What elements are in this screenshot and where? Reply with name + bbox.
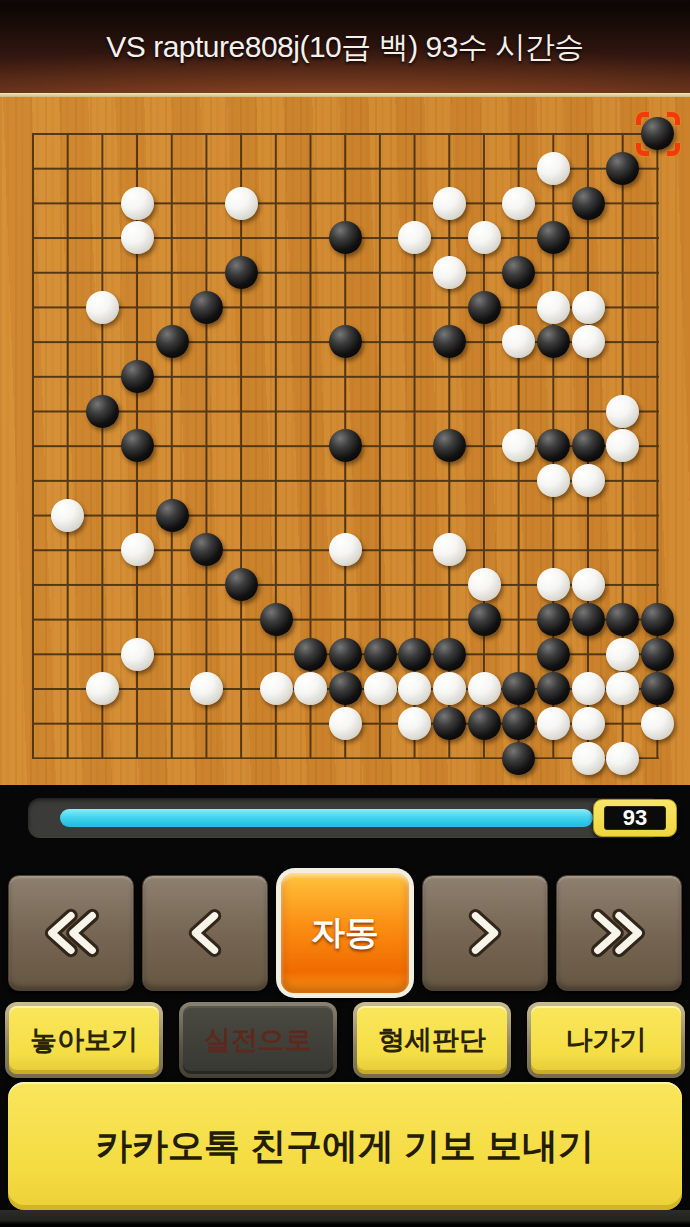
intersection[interactable] — [189, 255, 224, 290]
move-number-thumb[interactable]: 93 — [593, 799, 677, 837]
intersection[interactable] — [224, 290, 259, 325]
intersection[interactable] — [640, 602, 675, 637]
intersection[interactable] — [640, 151, 675, 186]
intersection[interactable] — [571, 255, 606, 290]
intersection[interactable] — [398, 567, 433, 602]
intersection[interactable] — [155, 394, 190, 429]
intersection[interactable] — [16, 429, 51, 464]
intersection[interactable] — [328, 429, 363, 464]
intersection[interactable] — [293, 116, 328, 151]
intersection[interactable] — [224, 151, 259, 186]
intersection[interactable] — [467, 220, 502, 255]
intersection[interactable] — [502, 706, 537, 741]
try-moves-button[interactable]: 놓아보기 — [5, 1002, 163, 1078]
intersection[interactable] — [224, 741, 259, 776]
intersection[interactable] — [328, 186, 363, 221]
intersection[interactable] — [155, 290, 190, 325]
intersection[interactable] — [536, 741, 571, 776]
intersection[interactable] — [85, 186, 120, 221]
kakao-share-button[interactable]: 카카오톡 친구에게 기보 보내기 — [8, 1082, 682, 1210]
intersection[interactable] — [432, 220, 467, 255]
intersection[interactable] — [155, 255, 190, 290]
intersection[interactable] — [363, 671, 398, 706]
intersection[interactable] — [606, 741, 641, 776]
intersection[interactable] — [155, 498, 190, 533]
auto-play-button[interactable]: 자동 — [276, 868, 414, 998]
intersection[interactable] — [51, 359, 86, 394]
intersection[interactable] — [398, 463, 433, 498]
intersection[interactable] — [398, 394, 433, 429]
intersection[interactable] — [16, 290, 51, 325]
intersection[interactable] — [363, 151, 398, 186]
intersection[interactable] — [398, 290, 433, 325]
intersection[interactable] — [120, 533, 155, 568]
intersection[interactable] — [467, 394, 502, 429]
intersection[interactable] — [536, 637, 571, 672]
intersection[interactable] — [467, 567, 502, 602]
intersection[interactable] — [120, 602, 155, 637]
intersection[interactable] — [328, 290, 363, 325]
intersection[interactable] — [189, 151, 224, 186]
intersection[interactable] — [363, 220, 398, 255]
intersection[interactable] — [224, 186, 259, 221]
last-move-button[interactable] — [556, 875, 682, 991]
intersection[interactable] — [259, 394, 294, 429]
intersection[interactable] — [640, 637, 675, 672]
intersection[interactable] — [502, 429, 537, 464]
intersection[interactable] — [51, 429, 86, 464]
intersection[interactable] — [606, 429, 641, 464]
intersection[interactable] — [16, 602, 51, 637]
intersection[interactable] — [51, 741, 86, 776]
intersection[interactable] — [120, 324, 155, 359]
previous-move-button[interactable] — [142, 875, 268, 991]
intersection[interactable] — [293, 324, 328, 359]
intersection[interactable] — [120, 706, 155, 741]
intersection[interactable] — [293, 671, 328, 706]
intersection[interactable] — [120, 567, 155, 602]
intersection[interactable] — [606, 567, 641, 602]
intersection[interactable] — [293, 463, 328, 498]
intersection[interactable] — [224, 706, 259, 741]
intersection[interactable] — [467, 359, 502, 394]
intersection[interactable] — [293, 220, 328, 255]
intersection[interactable] — [189, 602, 224, 637]
intersection[interactable] — [467, 498, 502, 533]
intersection[interactable] — [467, 602, 502, 637]
intersection[interactable] — [363, 741, 398, 776]
intersection[interactable] — [363, 290, 398, 325]
intersection[interactable] — [51, 394, 86, 429]
intersection[interactable] — [398, 186, 433, 221]
intersection[interactable] — [571, 637, 606, 672]
intersection[interactable] — [571, 220, 606, 255]
intersection[interactable] — [51, 290, 86, 325]
intersection[interactable] — [363, 498, 398, 533]
intersection[interactable] — [571, 186, 606, 221]
intersection[interactable] — [16, 567, 51, 602]
intersection[interactable] — [85, 359, 120, 394]
intersection[interactable] — [16, 394, 51, 429]
intersection[interactable] — [502, 186, 537, 221]
intersection[interactable] — [293, 706, 328, 741]
intersection[interactable] — [293, 567, 328, 602]
intersection[interactable] — [571, 151, 606, 186]
intersection[interactable] — [398, 637, 433, 672]
intersection[interactable] — [51, 186, 86, 221]
intersection[interactable] — [259, 463, 294, 498]
intersection[interactable] — [224, 429, 259, 464]
intersection[interactable] — [293, 290, 328, 325]
intersection[interactable] — [536, 290, 571, 325]
intersection[interactable] — [432, 151, 467, 186]
intersection[interactable] — [259, 255, 294, 290]
intersection[interactable] — [189, 706, 224, 741]
intersection[interactable] — [51, 151, 86, 186]
intersection[interactable] — [398, 116, 433, 151]
intersection[interactable] — [398, 741, 433, 776]
intersection[interactable] — [363, 429, 398, 464]
intersection[interactable] — [467, 186, 502, 221]
intersection[interactable] — [640, 255, 675, 290]
intersection[interactable] — [502, 394, 537, 429]
intersection[interactable] — [51, 220, 86, 255]
intersection[interactable] — [224, 498, 259, 533]
intersection[interactable] — [120, 498, 155, 533]
intersection[interactable] — [224, 255, 259, 290]
intersection[interactable] — [640, 359, 675, 394]
intersection[interactable] — [120, 290, 155, 325]
intersection[interactable] — [189, 567, 224, 602]
intersection[interactable] — [51, 671, 86, 706]
intersection[interactable] — [189, 463, 224, 498]
intersection[interactable] — [398, 359, 433, 394]
intersection[interactable] — [640, 290, 675, 325]
back-to-game-button[interactable]: 실전으로 — [179, 1002, 337, 1078]
intersection[interactable] — [189, 741, 224, 776]
intersection[interactable] — [155, 429, 190, 464]
intersection[interactable] — [120, 463, 155, 498]
intersection[interactable] — [85, 151, 120, 186]
intersection[interactable] — [328, 637, 363, 672]
intersection[interactable] — [155, 533, 190, 568]
intersection[interactable] — [259, 706, 294, 741]
intersection[interactable] — [259, 671, 294, 706]
intersection[interactable] — [432, 116, 467, 151]
intersection[interactable] — [640, 567, 675, 602]
intersection[interactable] — [606, 533, 641, 568]
move-progress-slider[interactable]: 93 — [28, 798, 662, 838]
intersection[interactable] — [640, 220, 675, 255]
intersection[interactable] — [606, 602, 641, 637]
intersection[interactable] — [224, 116, 259, 151]
intersection[interactable] — [16, 324, 51, 359]
intersection[interactable] — [536, 706, 571, 741]
intersection[interactable] — [293, 429, 328, 464]
intersection[interactable] — [502, 359, 537, 394]
intersection[interactable] — [16, 359, 51, 394]
intersection[interactable] — [363, 255, 398, 290]
intersection[interactable] — [606, 116, 641, 151]
intersection[interactable] — [640, 741, 675, 776]
intersection[interactable] — [640, 394, 675, 429]
intersection[interactable] — [432, 533, 467, 568]
intersection[interactable] — [189, 671, 224, 706]
intersection[interactable] — [432, 324, 467, 359]
intersection[interactable] — [224, 637, 259, 672]
intersection[interactable] — [293, 255, 328, 290]
intersection[interactable] — [571, 706, 606, 741]
intersection[interactable] — [293, 394, 328, 429]
intersection[interactable] — [398, 533, 433, 568]
intersection[interactable] — [51, 255, 86, 290]
intersection[interactable] — [536, 602, 571, 637]
intersection[interactable] — [328, 463, 363, 498]
intersection[interactable] — [606, 255, 641, 290]
intersection[interactable] — [571, 359, 606, 394]
intersection[interactable] — [571, 429, 606, 464]
intersection[interactable] — [224, 324, 259, 359]
intersection[interactable] — [502, 741, 537, 776]
intersection[interactable] — [259, 741, 294, 776]
intersection[interactable] — [640, 429, 675, 464]
intersection[interactable] — [640, 671, 675, 706]
intersection[interactable] — [85, 741, 120, 776]
score-estimate-button[interactable]: 형세판단 — [353, 1002, 511, 1078]
intersection[interactable] — [571, 394, 606, 429]
intersection[interactable] — [16, 116, 51, 151]
intersection[interactable] — [363, 359, 398, 394]
intersection[interactable] — [189, 116, 224, 151]
intersection[interactable] — [85, 220, 120, 255]
intersection[interactable] — [502, 255, 537, 290]
intersection[interactable] — [606, 220, 641, 255]
intersection[interactable] — [293, 359, 328, 394]
intersection[interactable] — [224, 602, 259, 637]
intersection[interactable] — [155, 741, 190, 776]
intersection[interactable] — [155, 637, 190, 672]
intersection[interactable] — [189, 220, 224, 255]
intersection[interactable] — [51, 116, 86, 151]
intersection[interactable] — [189, 498, 224, 533]
intersection[interactable] — [432, 394, 467, 429]
intersection[interactable] — [432, 706, 467, 741]
intersection[interactable] — [16, 671, 51, 706]
intersection[interactable] — [328, 324, 363, 359]
intersection[interactable] — [502, 220, 537, 255]
intersection[interactable] — [85, 324, 120, 359]
intersection[interactable] — [363, 324, 398, 359]
intersection[interactable] — [467, 463, 502, 498]
intersection[interactable] — [398, 429, 433, 464]
intersection[interactable] — [502, 324, 537, 359]
intersection[interactable] — [120, 220, 155, 255]
intersection[interactable] — [85, 671, 120, 706]
intersection[interactable] — [224, 359, 259, 394]
intersection[interactable] — [467, 151, 502, 186]
intersection[interactable] — [363, 533, 398, 568]
intersection[interactable] — [85, 706, 120, 741]
intersection[interactable] — [259, 151, 294, 186]
intersection[interactable] — [536, 567, 571, 602]
intersection[interactable] — [85, 255, 120, 290]
intersection[interactable] — [120, 637, 155, 672]
next-move-button[interactable] — [422, 875, 548, 991]
intersection[interactable] — [51, 637, 86, 672]
intersection[interactable] — [571, 498, 606, 533]
intersection[interactable] — [536, 498, 571, 533]
intersection[interactable] — [293, 186, 328, 221]
intersection[interactable] — [155, 116, 190, 151]
intersection[interactable] — [502, 671, 537, 706]
intersection[interactable] — [502, 498, 537, 533]
intersection[interactable] — [259, 186, 294, 221]
intersection[interactable] — [259, 429, 294, 464]
intersection[interactable] — [536, 220, 571, 255]
intersection[interactable] — [16, 741, 51, 776]
intersection[interactable] — [606, 394, 641, 429]
intersection[interactable] — [571, 671, 606, 706]
intersection[interactable] — [155, 602, 190, 637]
intersection[interactable] — [120, 741, 155, 776]
intersection[interactable] — [189, 324, 224, 359]
intersection[interactable] — [16, 706, 51, 741]
intersection[interactable] — [398, 324, 433, 359]
intersection[interactable] — [189, 429, 224, 464]
intersection[interactable] — [155, 706, 190, 741]
intersection[interactable] — [224, 671, 259, 706]
intersection[interactable] — [259, 290, 294, 325]
intersection[interactable] — [155, 359, 190, 394]
intersection[interactable] — [259, 602, 294, 637]
intersection[interactable] — [640, 533, 675, 568]
intersection[interactable] — [259, 637, 294, 672]
intersection[interactable] — [293, 741, 328, 776]
intersection[interactable] — [363, 706, 398, 741]
intersection[interactable] — [328, 116, 363, 151]
intersection[interactable] — [536, 533, 571, 568]
intersection[interactable] — [120, 255, 155, 290]
intersection[interactable] — [155, 186, 190, 221]
intersection[interactable] — [293, 602, 328, 637]
intersection[interactable] — [467, 637, 502, 672]
intersection[interactable] — [155, 324, 190, 359]
intersection[interactable] — [467, 290, 502, 325]
intersection[interactable] — [51, 324, 86, 359]
intersection[interactable] — [328, 602, 363, 637]
intersection[interactable] — [51, 602, 86, 637]
intersection[interactable] — [432, 255, 467, 290]
intersection[interactable] — [640, 116, 675, 151]
intersection[interactable] — [398, 255, 433, 290]
intersection[interactable] — [328, 394, 363, 429]
intersection[interactable] — [51, 533, 86, 568]
intersection[interactable] — [363, 463, 398, 498]
intersection[interactable] — [224, 394, 259, 429]
intersection[interactable] — [259, 359, 294, 394]
intersection[interactable] — [16, 637, 51, 672]
intersection[interactable] — [467, 429, 502, 464]
intersection[interactable] — [502, 567, 537, 602]
intersection[interactable] — [536, 463, 571, 498]
intersection[interactable] — [467, 741, 502, 776]
intersection[interactable] — [502, 116, 537, 151]
intersection[interactable] — [259, 324, 294, 359]
intersection[interactable] — [536, 324, 571, 359]
intersection[interactable] — [398, 151, 433, 186]
intersection[interactable] — [328, 533, 363, 568]
intersection[interactable] — [432, 290, 467, 325]
intersection[interactable] — [536, 186, 571, 221]
intersection[interactable] — [155, 567, 190, 602]
intersection[interactable] — [398, 671, 433, 706]
intersection[interactable] — [398, 220, 433, 255]
intersection[interactable] — [467, 671, 502, 706]
intersection[interactable] — [328, 498, 363, 533]
intersection[interactable] — [259, 220, 294, 255]
intersection[interactable] — [189, 533, 224, 568]
intersection[interactable] — [189, 186, 224, 221]
intersection[interactable] — [432, 741, 467, 776]
intersection[interactable] — [16, 533, 51, 568]
intersection[interactable] — [85, 498, 120, 533]
intersection[interactable] — [189, 290, 224, 325]
intersection[interactable] — [432, 359, 467, 394]
intersection[interactable] — [120, 394, 155, 429]
intersection[interactable] — [363, 567, 398, 602]
intersection[interactable] — [85, 429, 120, 464]
intersection[interactable] — [432, 463, 467, 498]
intersection[interactable] — [606, 463, 641, 498]
intersection[interactable] — [502, 602, 537, 637]
first-move-button[interactable] — [8, 875, 134, 991]
intersection[interactable] — [640, 463, 675, 498]
intersection[interactable] — [224, 567, 259, 602]
intersection[interactable] — [85, 602, 120, 637]
intersection[interactable] — [398, 706, 433, 741]
intersection[interactable] — [432, 671, 467, 706]
intersection[interactable] — [606, 706, 641, 741]
intersection[interactable] — [155, 463, 190, 498]
intersection[interactable] — [16, 463, 51, 498]
intersection[interactable] — [606, 151, 641, 186]
intersection[interactable] — [120, 359, 155, 394]
intersection[interactable] — [536, 429, 571, 464]
intersection[interactable] — [120, 429, 155, 464]
intersection[interactable] — [328, 151, 363, 186]
intersection[interactable] — [467, 533, 502, 568]
intersection[interactable] — [155, 220, 190, 255]
intersection[interactable] — [467, 324, 502, 359]
intersection[interactable] — [363, 637, 398, 672]
intersection[interactable] — [502, 290, 537, 325]
intersection[interactable] — [606, 359, 641, 394]
intersection[interactable] — [155, 151, 190, 186]
intersection[interactable] — [606, 186, 641, 221]
intersection[interactable] — [432, 186, 467, 221]
intersection[interactable] — [606, 498, 641, 533]
intersection[interactable] — [85, 533, 120, 568]
intersection[interactable] — [189, 637, 224, 672]
intersection[interactable] — [467, 255, 502, 290]
intersection[interactable] — [571, 290, 606, 325]
intersection[interactable] — [328, 706, 363, 741]
intersection[interactable] — [293, 637, 328, 672]
exit-button[interactable]: 나가기 — [527, 1002, 685, 1078]
intersection[interactable] — [189, 359, 224, 394]
intersection[interactable] — [51, 706, 86, 741]
intersection[interactable] — [85, 116, 120, 151]
